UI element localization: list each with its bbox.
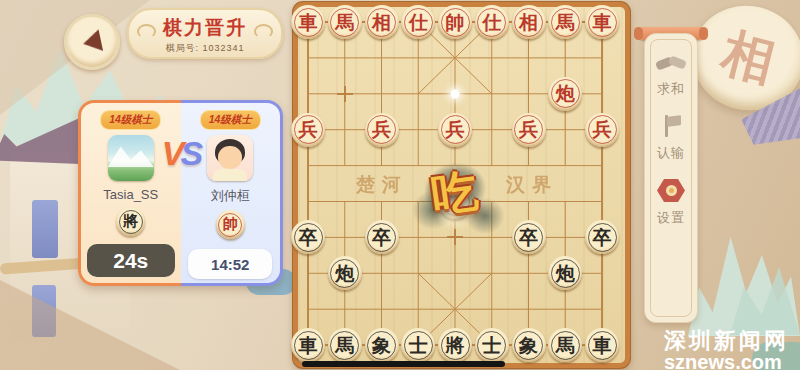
settings-label: 设置 — [657, 209, 685, 227]
board-piece-卒[interactable]: 卒 — [365, 220, 399, 254]
side-piece-right-glyph: 帥 — [223, 217, 238, 232]
side-piece-left: 將 — [116, 207, 145, 236]
board-piece-仕[interactable]: 仕 — [475, 5, 509, 39]
pagoda-window-top — [32, 200, 58, 258]
timer-right: 14:52 — [188, 249, 272, 279]
board-piece-馬[interactable]: 馬 — [328, 328, 362, 362]
avatar-boy-shirt — [213, 169, 247, 181]
river-label-left: 楚河 — [356, 172, 408, 198]
board-piece-士[interactable]: 士 — [475, 328, 509, 362]
board-piece-兵[interactable]: 兵 — [512, 113, 546, 147]
board-piece-車[interactable]: 車 — [585, 328, 619, 362]
board-piece-相[interactable]: 相 — [512, 5, 546, 39]
cloud-ornament-right-icon — [254, 24, 273, 39]
board-piece-兵[interactable]: 兵 — [438, 113, 472, 147]
point-marker — [447, 229, 463, 245]
settings-hex-icon — [657, 178, 685, 203]
last-move-dot — [451, 89, 460, 98]
side-piece-right: 帥 — [216, 210, 245, 239]
back-button[interactable] — [64, 14, 120, 70]
vs-letter-s: S — [181, 134, 200, 172]
draw-offer-button[interactable]: 求和 — [655, 52, 687, 98]
board-piece-馬[interactable]: 馬 — [548, 328, 582, 362]
game-number: 棋局号: 1032341 — [129, 42, 281, 55]
avatar-boy-face — [218, 146, 242, 169]
watermark-line1: 深圳新闻网 — [664, 330, 789, 352]
player-name-right: 刘仲桓 — [211, 187, 250, 205]
board-piece-象[interactable]: 象 — [512, 328, 546, 362]
board-piece-炮[interactable]: 炮 — [548, 77, 582, 111]
board-piece-象[interactable]: 象 — [365, 328, 399, 362]
board-piece-兵[interactable]: 兵 — [585, 113, 619, 147]
player-name-left: Tasia_SS — [103, 187, 158, 202]
board-piece-馬[interactable]: 馬 — [328, 5, 362, 39]
board-piece-卒[interactable]: 卒 — [512, 220, 546, 254]
move-time-bar — [302, 361, 505, 367]
watermark-line2: sznews.com — [664, 352, 789, 370]
handshake-icon — [655, 52, 687, 74]
board-piece-卒[interactable]: 卒 — [585, 220, 619, 254]
point-marker — [337, 86, 353, 102]
decor-xiang-glyph: 相 — [714, 18, 781, 99]
board-piece-炮[interactable]: 炮 — [438, 185, 472, 219]
settings-button[interactable]: 设置 — [657, 178, 685, 227]
watermark: 深圳新闻网 sznews.com — [664, 330, 789, 370]
board-piece-炮[interactable]: 炮 — [328, 256, 362, 290]
board-piece-將[interactable]: 將 — [438, 328, 472, 362]
player-left-panel: 14级棋士 Tasia_SS 將 24s — [78, 100, 181, 286]
vs-label: VS — [162, 134, 199, 173]
resign-button[interactable]: 认输 — [657, 114, 685, 162]
resign-label: 认输 — [657, 144, 685, 162]
avatar-left — [108, 135, 154, 181]
action-menu: 求和 认输 设置 — [644, 33, 698, 323]
board-piece-相[interactable]: 相 — [365, 5, 399, 39]
players-card: 14级棋士 Tasia_SS 將 24s 14级棋士 刘仲桓 帥 14:52 V… — [78, 100, 283, 286]
title-banner: 棋力晋升 棋局号: 1032341 — [127, 8, 283, 59]
cloud-ornament-left-icon — [137, 24, 156, 39]
board-piece-車[interactable]: 車 — [291, 5, 325, 39]
board-piece-車[interactable]: 車 — [291, 328, 325, 362]
board-piece-車[interactable]: 車 — [585, 5, 619, 39]
board-piece-士[interactable]: 士 — [401, 328, 435, 362]
side-piece-left-glyph: 將 — [123, 214, 138, 229]
board-piece-馬[interactable]: 馬 — [548, 5, 582, 39]
river-label-right: 汉界 — [506, 172, 558, 198]
rank-badge-right: 14级棋士 — [200, 110, 261, 130]
board-piece-仕[interactable]: 仕 — [401, 5, 435, 39]
avatar-right — [207, 135, 253, 181]
flag-icon — [658, 114, 684, 138]
player-right-panel: 14级棋士 刘仲桓 帥 14:52 — [181, 100, 284, 286]
rank-badge-left: 14级棋士 — [100, 110, 161, 130]
board-piece-炮[interactable]: 炮 — [548, 256, 582, 290]
vs-letter-v: V — [162, 134, 181, 172]
draw-offer-label: 求和 — [657, 80, 685, 98]
board-piece-卒[interactable]: 卒 — [291, 220, 325, 254]
xiangqi-board[interactable]: 楚河 汉界 車馬相仕帥仕相馬車炮兵兵兵兵兵炮卒卒卒卒炮炮車馬象士將士象馬車 吃 — [293, 2, 630, 368]
back-arrow-icon — [81, 29, 103, 54]
board-piece-兵[interactable]: 兵 — [365, 113, 399, 147]
board-piece-帥[interactable]: 帥 — [438, 5, 472, 39]
avatar-mountain-art — [108, 143, 154, 167]
timer-left: 24s — [87, 244, 175, 277]
board-field: 楚河 汉界 車馬相仕帥仕相馬車炮兵兵兵兵兵炮卒卒卒卒炮炮車馬象士將士象馬車 吃 — [298, 7, 625, 363]
board-piece-兵[interactable]: 兵 — [291, 113, 325, 147]
